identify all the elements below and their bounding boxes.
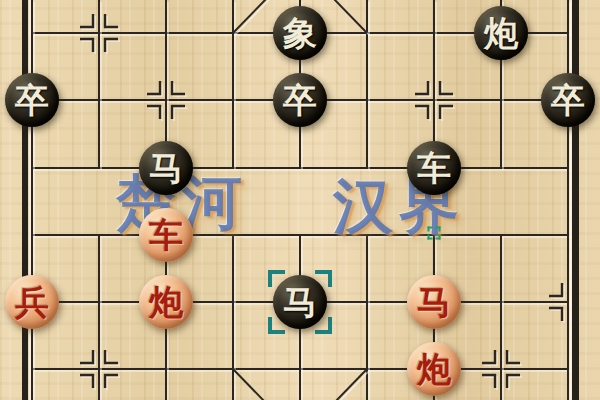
board-grid	[0, 0, 600, 400]
piece-black-soldier[interactable]: 卒	[273, 73, 327, 127]
piece-black-elephant[interactable]: 象	[273, 6, 327, 60]
piece-red-chariot[interactable]: 车	[139, 208, 193, 262]
piece-red-cannon[interactable]: 炮	[407, 342, 461, 396]
piece-black-cannon[interactable]: 炮	[474, 6, 528, 60]
piece-red-soldier[interactable]: 兵	[5, 275, 59, 329]
piece-black-soldier[interactable]: 卒	[541, 73, 595, 127]
piece-black-horse[interactable]: 马	[273, 275, 327, 329]
piece-black-horse[interactable]: 马	[139, 141, 193, 195]
xiangqi-board: 楚河 汉界 象炮卒卒卒马车车兵炮马马炮	[0, 0, 600, 400]
piece-red-cannon[interactable]: 炮	[139, 275, 193, 329]
piece-red-horse[interactable]: 马	[407, 275, 461, 329]
piece-black-soldier[interactable]: 卒	[5, 73, 59, 127]
piece-black-chariot[interactable]: 车	[407, 141, 461, 195]
